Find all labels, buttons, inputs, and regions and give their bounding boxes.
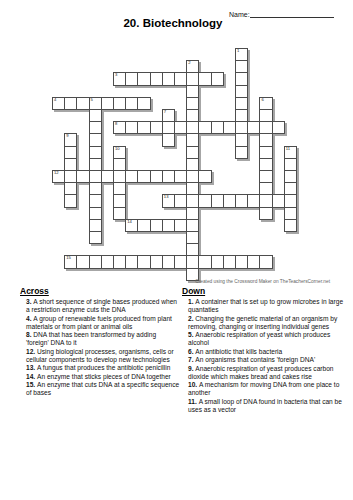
grid-cell[interactable] [235,85,248,98]
across-heading: Across [20,286,180,296]
grid-cell[interactable]: 11 [284,146,297,159]
grid-cell[interactable] [89,121,102,134]
grid-cell[interactable] [211,72,224,85]
grid-cell[interactable] [150,255,163,268]
grid-cell[interactable] [113,194,126,207]
down-heading: Down [182,286,346,296]
grid-cell[interactable] [284,158,297,171]
grid-cell[interactable] [101,97,114,110]
grid-cell[interactable] [186,85,199,98]
grid-cell[interactable] [162,133,175,146]
grid-cell[interactable] [162,170,175,183]
grid-cell[interactable] [211,194,224,207]
down-clue-7: 7. An organisms that contains 'foreign D… [182,356,346,364]
grid-cell[interactable]: 10 [113,146,126,159]
grid-cell[interactable] [186,255,199,268]
grid-cell[interactable] [223,194,236,207]
down-clue-5: 5. Anaerobic respiration of yeast which … [182,331,346,347]
grid-cell[interactable] [186,158,199,171]
clue-number-12: 12 [54,171,59,176]
across-clue-14: 14. An enzyme that sticks pieces of DNA … [20,373,180,381]
clue-number-7: 7 [164,110,166,115]
across-clue-12: 12. Using biological processes, organism… [20,348,180,364]
clue-number-1: 1 [237,49,239,54]
grid-cell[interactable] [259,146,272,159]
grid-cell[interactable] [259,194,272,207]
grid-cell[interactable] [101,170,114,183]
grid-cell[interactable] [198,170,211,183]
across-clue-8: 8. DNA that has been transformed by addi… [20,331,180,347]
down-clue-9: 9. Anaerobic respiration of yeast produc… [182,365,346,381]
grid-cell[interactable] [284,194,297,207]
grid-cell[interactable]: 9 [64,133,77,146]
grid-cell[interactable] [150,121,163,134]
grid-cell[interactable] [113,182,126,195]
grid-cell[interactable] [150,219,163,232]
grid-cell[interactable]: 13 [162,194,175,207]
grid-cell[interactable] [76,97,89,110]
grid-cell[interactable] [137,255,150,268]
grid-cell[interactable] [89,158,102,171]
grid-cell[interactable] [137,72,150,85]
clue-number-14: 14 [127,220,132,225]
grid-cell[interactable] [162,219,175,232]
clue-number-8: 8 [115,122,117,127]
grid-cell[interactable] [89,255,102,268]
down-clue-6: 6. An antibiotic that kills bacteria [182,348,346,356]
grid-cell[interactable] [247,121,260,134]
grid-cell[interactable] [101,255,114,268]
grid-cell[interactable] [125,170,138,183]
grid-cell[interactable] [284,182,297,195]
grid-cell[interactable] [125,97,138,110]
grid-cell[interactable] [247,194,260,207]
grid-cell[interactable] [235,60,248,73]
grid-cell[interactable] [272,121,285,134]
grid-cell[interactable] [235,72,248,85]
grid-cell[interactable] [113,158,126,171]
grid-cell[interactable] [89,219,102,232]
grid-cell[interactable]: 6 [259,97,272,110]
grid-cell[interactable] [186,97,199,110]
down-clue-10: 10. A mechanism for moving DNA from one … [182,381,346,397]
clue-number-13: 13 [164,195,169,200]
clue-number-15: 15 [66,256,71,261]
grid-cell[interactable] [235,97,248,110]
worksheet-page: Name: 20. Biotechnology 1234567891011121… [0,0,353,500]
down-clue-2: 2. Changing the genetic material of an o… [182,315,346,331]
grid-cell[interactable] [186,121,199,134]
grid-cell[interactable] [125,255,138,268]
credit-line: Created using the Crossword Maker on The… [0,279,330,284]
grid-cell[interactable]: 5 [89,97,102,110]
down-clues-section: Down 1. A container that is set up to gr… [182,286,346,414]
across-clue-15: 15. An enzyme that cuts DNA at a specifi… [20,381,180,397]
grid-cell[interactable] [162,72,175,85]
grid-cell[interactable] [162,121,175,134]
crossword-grid: 123456789101112131415 [52,48,298,282]
across-clue-3: 3. A short sequence of single bases prod… [20,298,180,314]
grid-cell[interactable] [198,121,211,134]
grid-cell[interactable] [89,207,102,220]
grid-cell[interactable]: 15 [64,255,77,268]
grid-cell[interactable] [198,72,211,85]
across-list: 3. A short sequence of single bases prod… [20,298,180,397]
down-clue-1: 1. A container that is set up to grow mi… [182,298,346,314]
grid-cell[interactable] [259,158,272,171]
grid-cell[interactable] [89,231,102,244]
grid-cell[interactable] [259,133,272,146]
grid-cell[interactable] [89,146,102,159]
grid-cell[interactable] [150,170,163,183]
grid-cell[interactable] [186,219,199,232]
grid-cell[interactable] [284,207,297,220]
grid-cell[interactable] [89,182,102,195]
grid-cell[interactable] [272,194,285,207]
grid-cell[interactable]: 2 [186,60,199,73]
across-clue-13: 13. A fungus that produces the antibioti… [20,364,180,372]
grid-cell[interactable] [223,121,236,134]
grid-cell[interactable] [235,146,248,159]
grid-cell[interactable] [76,170,89,183]
grid-cell[interactable] [235,133,248,146]
clue-number-9: 9 [66,134,68,139]
grid-cell[interactable] [259,182,272,195]
grid-cell[interactable] [64,158,77,171]
page-title: 20. Biotechnology [0,17,346,29]
clue-number-6: 6 [261,98,263,103]
grid-cell[interactable] [211,255,224,268]
down-list: 1. A container that is set up to grow mi… [182,298,346,414]
grid-cell[interactable] [247,255,260,268]
down-clue-11: 11. A small loop of DNA found in bacteri… [182,398,346,414]
clue-number-11: 11 [286,147,290,152]
grid-cell[interactable] [186,243,199,256]
across-clue-4: 4. A group of renewable fuels produced f… [20,315,180,331]
grid-cell[interactable] [113,207,126,220]
grid-cell[interactable] [186,133,199,146]
clue-number-3: 3 [115,73,117,78]
grid-cell[interactable] [211,121,224,134]
grid-cell[interactable] [89,133,102,146]
grid-cell[interactable] [223,255,236,268]
grid-cell[interactable] [186,72,199,85]
clue-number-5: 5 [91,98,93,103]
grid-cell[interactable] [186,182,199,195]
grid-cell[interactable] [186,146,199,159]
grid-cell[interactable] [89,194,102,207]
grid-cell[interactable] [137,97,150,110]
grid-cell[interactable] [259,121,272,134]
grid-cell[interactable] [64,97,77,110]
grid-cell[interactable] [64,146,77,159]
clue-number-4: 4 [54,98,56,103]
grid-cell[interactable] [137,219,150,232]
grid-cell[interactable] [162,255,175,268]
grid-cell[interactable] [284,219,297,232]
grid-cell[interactable] [125,121,138,134]
grid-cell[interactable]: 14 [125,219,138,232]
grid-cell[interactable] [186,194,199,207]
grid-cell[interactable] [76,255,89,268]
grid-cell[interactable] [64,182,77,195]
grid-cell[interactable] [198,194,211,207]
grid-cell[interactable] [198,255,211,268]
across-clues-section: Across 3. A short sequence of single bas… [20,286,180,398]
grid-cell[interactable] [137,170,150,183]
clue-number-2: 2 [188,61,190,66]
grid-cell[interactable] [64,194,77,207]
grid-cell[interactable] [150,72,163,85]
grid-cell[interactable] [259,255,272,268]
grid-cell[interactable] [125,72,138,85]
grid-cell[interactable] [137,121,150,134]
grid-cell[interactable] [259,207,272,220]
clue-number-10: 10 [115,147,120,152]
grid-cell[interactable] [186,207,199,220]
